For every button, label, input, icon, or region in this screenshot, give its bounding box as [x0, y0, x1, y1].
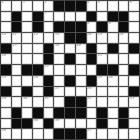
cell-r7-c5[interactable]: 22 — [44, 65, 54, 75]
black-cell-r9-c1 — [1, 87, 11, 97]
cell-r1-c9[interactable]: 4 — [87, 1, 97, 11]
black-cell-r9-c13 — [129, 87, 139, 97]
clue-number: 4 — [87, 1, 89, 5]
clue-number: 30 — [23, 97, 27, 101]
clue-number: 23 — [2, 76, 6, 80]
black-cell-r3-c6 — [54, 22, 64, 32]
cell-r9-c6[interactable]: 27 — [54, 87, 64, 97]
cell-r12-c13[interactable] — [129, 119, 139, 129]
cell-r6-c12[interactable] — [119, 54, 129, 64]
cell-r8-c4[interactable]: 24 — [33, 76, 43, 86]
cell-r11-c11[interactable] — [108, 108, 118, 118]
cell-r9-c10[interactable] — [97, 87, 107, 97]
cell-r1-c4[interactable] — [33, 1, 43, 11]
cell-r7-c9[interactable] — [87, 65, 97, 75]
clue-number: 11 — [12, 33, 16, 37]
cell-r1-c5[interactable]: 3 — [44, 1, 54, 11]
cell-r8-c6[interactable] — [54, 76, 64, 86]
clue-number: 28 — [87, 87, 91, 91]
cell-r10-c11[interactable] — [108, 97, 118, 107]
black-cell-r8-c9 — [87, 76, 97, 86]
clue-number: 25 — [98, 76, 102, 80]
black-cell-r9-c3 — [22, 87, 32, 97]
cell-r13-c1[interactable]: 36 — [1, 129, 11, 139]
cell-r3-c5[interactable] — [44, 22, 54, 32]
black-cell-r11-c8 — [76, 108, 86, 118]
clue-number: 21 — [98, 54, 102, 58]
cell-r11-c5[interactable] — [44, 108, 54, 118]
cell-r4-c6[interactable]: 13 — [54, 33, 64, 43]
black-cell-r7-c1 — [1, 65, 11, 75]
clue-number: 33 — [130, 97, 134, 101]
clue-number: 19 — [76, 44, 80, 48]
cell-r11-c3[interactable] — [22, 108, 32, 118]
cell-r1-c2[interactable] — [12, 1, 22, 11]
black-cell-r4-c7 — [65, 33, 75, 43]
clue-number: 32 — [87, 97, 91, 101]
clue-number: 9 — [108, 22, 110, 26]
cell-r1-c11[interactable] — [108, 1, 118, 11]
cell-r10-c2[interactable] — [12, 97, 22, 107]
black-cell-r6-c5 — [44, 54, 54, 64]
clue-number: 26 — [108, 76, 112, 80]
black-cell-r2-c4 — [33, 12, 43, 22]
cell-r8-c13[interactable] — [129, 76, 139, 86]
clue-number: 22 — [44, 65, 48, 69]
cell-r5-c2[interactable]: 17 — [12, 44, 22, 54]
black-cell-r11-c7 — [65, 108, 75, 118]
clue-number: 35 — [55, 119, 59, 123]
cell-r6-c8[interactable] — [76, 54, 86, 64]
black-cell-r2-c11 — [108, 12, 118, 22]
cell-r13-c5[interactable] — [44, 129, 54, 139]
cell-r6-c2[interactable] — [12, 54, 22, 64]
clue-number: 16 — [119, 33, 123, 37]
cell-r9-c7[interactable] — [65, 87, 75, 97]
cell-r10-c13[interactable]: 33 — [129, 97, 139, 107]
black-cell-r9-c5 — [44, 87, 54, 97]
cell-r12-c7[interactable] — [65, 119, 75, 129]
black-cell-r11-c12 — [119, 108, 129, 118]
cell-r2-c13[interactable] — [129, 12, 139, 22]
cell-r11-c13[interactable] — [129, 108, 139, 118]
cell-r3-c13[interactable] — [129, 22, 139, 32]
cell-r9-c2[interactable] — [12, 87, 22, 97]
clue-number: 13 — [55, 33, 59, 37]
cell-r4-c4[interactable]: 12 — [33, 33, 43, 43]
cell-r11-c9[interactable] — [87, 108, 97, 118]
cell-r13-c11[interactable] — [108, 129, 118, 139]
cell-r8-c12[interactable] — [119, 76, 129, 86]
cell-r6-c3[interactable] — [22, 54, 32, 64]
cell-r13-c3[interactable] — [22, 129, 32, 139]
cell-r8-c11[interactable]: 26 — [108, 76, 118, 86]
cell-r3-c9[interactable]: 8 — [87, 22, 97, 32]
clue-number: 31 — [44, 97, 48, 101]
clue-number: 14 — [87, 33, 91, 37]
cell-r13-c13[interactable] — [129, 129, 139, 139]
black-cell-r12-c2 — [12, 119, 22, 129]
black-cell-r12-c5 — [44, 119, 54, 129]
cell-r2-c1[interactable] — [1, 12, 11, 22]
black-cell-r7-c10 — [97, 65, 107, 75]
clue-number: 24 — [34, 76, 38, 80]
clue-number: 18 — [55, 44, 59, 48]
cell-r10-c6[interactable] — [54, 97, 64, 107]
cell-r2-c7[interactable] — [65, 12, 75, 22]
black-cell-r2-c9 — [87, 12, 97, 22]
cell-r5-c3[interactable] — [22, 44, 32, 54]
black-cell-r5-c9 — [87, 44, 97, 54]
black-cell-r3-c12 — [119, 22, 129, 32]
black-cell-r13-c6 — [54, 129, 64, 139]
black-cell-r3-c4 — [33, 22, 43, 32]
cell-r9-c11[interactable] — [108, 87, 118, 97]
black-cell-r11-c6 — [54, 108, 64, 118]
cell-r10-c5[interactable]: 31 — [44, 97, 54, 107]
cell-r9-c4[interactable] — [33, 87, 43, 97]
cell-r2-c5[interactable]: 7 — [44, 12, 54, 22]
black-cell-r8-c7 — [65, 76, 75, 86]
black-cell-r11-c10 — [97, 108, 107, 118]
black-cell-r6-c9 — [87, 54, 97, 64]
cell-r10-c3[interactable]: 30 — [22, 97, 32, 107]
clue-number: 6 — [130, 1, 132, 5]
cell-r7-c8[interactable] — [76, 65, 86, 75]
black-cell-r3-c7 — [65, 22, 75, 32]
cell-r4-c10[interactable]: 15 — [97, 33, 107, 43]
cell-r7-c7[interactable] — [65, 65, 75, 75]
black-cell-r12-c3 — [22, 119, 32, 129]
cell-r11-c1[interactable] — [1, 108, 11, 118]
cell-r13-c10[interactable] — [97, 129, 107, 139]
cell-r5-c12[interactable] — [119, 44, 129, 54]
cell-r5-c8[interactable]: 19 — [76, 44, 86, 54]
cell-r1-c10[interactable]: 5 — [97, 1, 107, 11]
clue-number: 7 — [44, 12, 46, 16]
black-cell-r3-c8 — [76, 22, 86, 32]
black-cell-r12-c10 — [97, 119, 107, 129]
black-cell-r3-c10 — [97, 22, 107, 32]
black-cell-r1-c6 — [54, 1, 64, 11]
cell-r5-c10[interactable] — [97, 44, 107, 54]
clue-number: 36 — [2, 129, 6, 133]
cell-r1-c1[interactable]: 1 — [1, 1, 11, 11]
cell-r8-c3[interactable] — [22, 76, 32, 86]
black-cell-r7-c11 — [108, 65, 118, 75]
clue-number: 17 — [12, 44, 16, 48]
cell-r12-c1[interactable] — [1, 119, 11, 129]
cell-r6-c13[interactable] — [129, 54, 139, 64]
black-cell-r5-c1 — [1, 44, 11, 54]
cell-r4-c11[interactable] — [108, 33, 118, 43]
clue-number: 12 — [34, 33, 38, 37]
black-cell-r1-c8 — [76, 1, 86, 11]
cell-r7-c12[interactable] — [119, 65, 129, 75]
black-cell-r8-c5 — [44, 76, 54, 86]
cell-r1-c3[interactable]: 2 — [22, 1, 32, 11]
cell-r4-c5[interactable] — [44, 33, 54, 43]
black-cell-r10-c7 — [65, 97, 75, 107]
cell-r13-c9[interactable]: 37 — [87, 129, 97, 139]
cell-r4-c1[interactable]: 10 — [1, 33, 11, 43]
cell-r3-c11[interactable]: 9 — [108, 22, 118, 32]
clue-number: 2 — [23, 1, 25, 5]
cell-r5-c6[interactable]: 18 — [54, 44, 64, 54]
cell-r12-c11[interactable] — [108, 119, 118, 129]
cell-r13-c12[interactable] — [119, 129, 129, 139]
black-cell-r10-c8 — [76, 97, 86, 107]
black-cell-r2-c2 — [12, 12, 22, 22]
black-cell-r13-c7 — [65, 129, 75, 139]
clue-number: 1 — [2, 1, 4, 5]
cell-r12-c6[interactable]: 35 — [54, 119, 64, 129]
black-cell-r3-c2 — [12, 22, 22, 32]
cell-r7-c2[interactable] — [12, 65, 22, 75]
cell-r4-c13[interactable] — [129, 33, 139, 43]
cell-r3-c3[interactable] — [22, 22, 32, 32]
clue-number: 34 — [34, 119, 38, 123]
clue-number: 3 — [44, 1, 46, 5]
clue-number: 20 — [2, 54, 6, 58]
cell-r8-c8[interactable] — [76, 76, 86, 86]
clue-number: 29 — [2, 97, 6, 101]
cell-r12-c4[interactable]: 34 — [33, 119, 43, 129]
cell-r8-c1[interactable]: 23 — [1, 76, 11, 86]
cell-r10-c12[interactable] — [119, 97, 129, 107]
black-cell-r7-c4 — [33, 65, 43, 75]
cell-r2-c10[interactable] — [97, 12, 107, 22]
cell-r10-c10[interactable] — [97, 97, 107, 107]
black-cell-r7-c3 — [22, 65, 32, 75]
black-cell-r11-c2 — [12, 108, 22, 118]
black-cell-r12-c12 — [119, 119, 129, 129]
cell-r4-c3[interactable] — [22, 33, 32, 43]
cell-r6-c1[interactable]: 20 — [1, 54, 11, 64]
black-cell-r2-c12 — [119, 12, 129, 22]
black-cell-r5-c13 — [129, 44, 139, 54]
clue-number: 8 — [87, 22, 89, 26]
cell-r4-c12[interactable]: 16 — [119, 33, 129, 43]
cell-r10-c4[interactable] — [33, 97, 43, 107]
clue-number: 5 — [98, 1, 100, 5]
cell-r8-c2[interactable] — [12, 76, 22, 86]
black-cell-r5-c5 — [44, 44, 54, 54]
cell-r10-c1[interactable]: 29 — [1, 97, 11, 107]
black-cell-r4-c8 — [76, 33, 86, 43]
cell-r10-c9[interactable]: 32 — [87, 97, 97, 107]
cell-r2-c6[interactable] — [54, 12, 64, 22]
black-cell-r1-c7 — [65, 1, 75, 11]
cell-r4-c2[interactable]: 11 — [12, 33, 22, 43]
black-cell-r6-c7 — [65, 54, 75, 64]
cell-r5-c7[interactable] — [65, 44, 75, 54]
cell-r9-c8[interactable] — [76, 87, 86, 97]
cell-r8-c10[interactable]: 25 — [97, 76, 107, 86]
cell-r13-c4[interactable] — [33, 129, 43, 139]
cell-r2-c8[interactable] — [76, 12, 86, 22]
crossword-grid: 1234567891011121314151617181920212223242… — [0, 0, 140, 140]
black-cell-r13-c8 — [76, 129, 86, 139]
clue-number: 15 — [98, 33, 102, 37]
cell-r6-c11[interactable] — [108, 54, 118, 64]
clue-number: 10 — [2, 33, 6, 37]
cell-r12-c8[interactable] — [76, 119, 86, 129]
cell-r7-c6[interactable] — [54, 65, 64, 75]
cell-r6-c10[interactable]: 21 — [97, 54, 107, 64]
cell-r9-c12[interactable] — [119, 87, 129, 97]
cell-r5-c4[interactable] — [33, 44, 43, 54]
cell-r4-c9[interactable]: 14 — [87, 33, 97, 43]
cell-r13-c2[interactable] — [12, 129, 22, 139]
clue-number: 37 — [87, 129, 91, 133]
cell-r3-c1[interactable] — [1, 22, 11, 32]
cell-r12-c9[interactable] — [87, 119, 97, 129]
black-cell-r7-c13 — [129, 65, 139, 75]
cell-r1-c12[interactable] — [119, 1, 129, 11]
black-cell-r11-c4 — [33, 108, 43, 118]
cell-r2-c3[interactable] — [22, 12, 32, 22]
cell-r1-c13[interactable]: 6 — [129, 1, 139, 11]
cell-r6-c6[interactable] — [54, 54, 64, 64]
clue-number: 27 — [55, 87, 59, 91]
black-cell-r5-c11 — [108, 44, 118, 54]
cell-r6-c4[interactable] — [33, 54, 43, 64]
cell-r9-c9[interactable]: 28 — [87, 87, 97, 97]
